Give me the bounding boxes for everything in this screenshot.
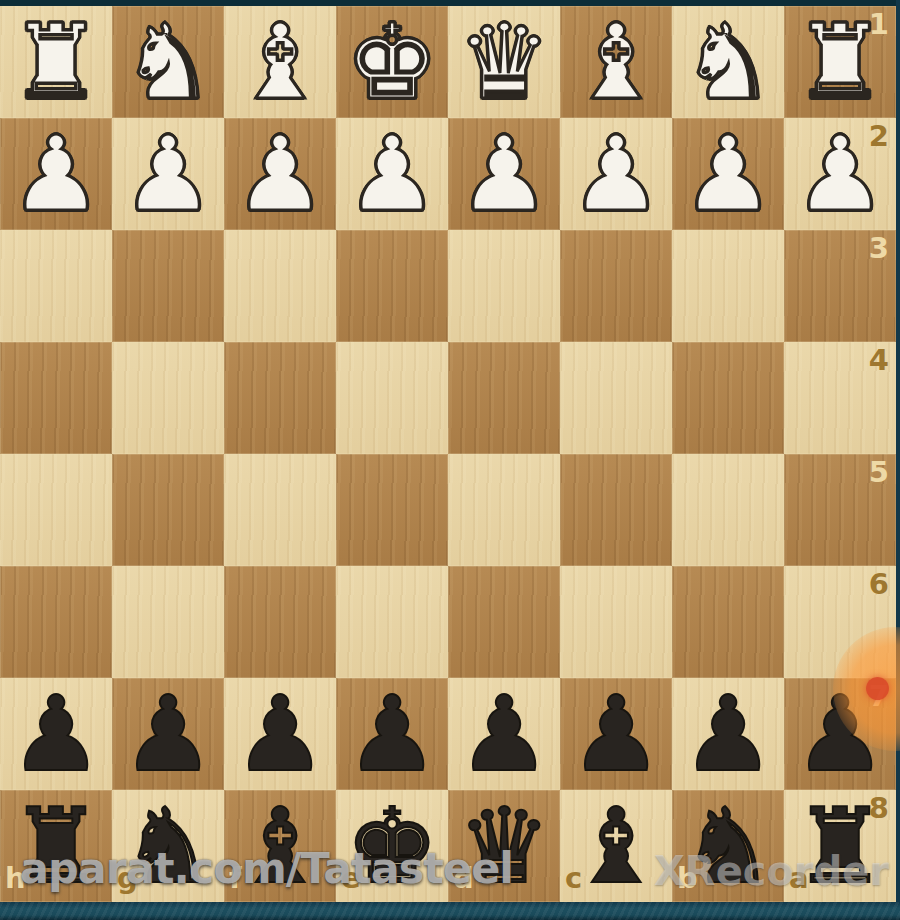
square-d1[interactable]: ♛ bbox=[448, 6, 560, 118]
chess-board: ♜♞♝♚♛♝♞♜1♟♟♟♟♟♟♟♟23456♟♟♟♟♟♟♟♟7♜h♞g♝f♚e♛… bbox=[0, 6, 896, 902]
piece-black-pawn[interactable]: ♟ bbox=[233, 678, 326, 790]
square-b6[interactable] bbox=[672, 566, 784, 678]
square-f1[interactable]: ♝ bbox=[224, 6, 336, 118]
rank-label-3: 3 bbox=[869, 233, 889, 263]
square-b2[interactable]: ♟ bbox=[672, 118, 784, 230]
square-f5[interactable] bbox=[224, 454, 336, 566]
square-e5[interactable] bbox=[336, 454, 448, 566]
rank-label-2: 2 bbox=[869, 121, 889, 151]
square-b7[interactable]: ♟ bbox=[672, 678, 784, 790]
square-a1[interactable]: ♜1 bbox=[784, 6, 896, 118]
piece-white-rook[interactable]: ♜ bbox=[9, 6, 102, 118]
square-h3[interactable] bbox=[0, 230, 112, 342]
piece-white-bishop[interactable]: ♝ bbox=[233, 6, 326, 118]
square-d7[interactable]: ♟ bbox=[448, 678, 560, 790]
square-c7[interactable]: ♟ bbox=[560, 678, 672, 790]
square-f2[interactable]: ♟ bbox=[224, 118, 336, 230]
square-d3[interactable] bbox=[448, 230, 560, 342]
xrecorder-watermark: XRecorder bbox=[654, 848, 889, 894]
file-label-c: c bbox=[565, 863, 582, 893]
piece-white-pawn[interactable]: ♟ bbox=[121, 118, 214, 230]
piece-white-knight[interactable]: ♞ bbox=[121, 6, 214, 118]
aparat-watermark: aparat.com/Tatasteel bbox=[20, 843, 513, 893]
square-d4[interactable] bbox=[448, 342, 560, 454]
piece-white-knight[interactable]: ♞ bbox=[681, 6, 774, 118]
square-c2[interactable]: ♟ bbox=[560, 118, 672, 230]
piece-black-pawn[interactable]: ♟ bbox=[681, 678, 774, 790]
piece-black-pawn[interactable]: ♟ bbox=[121, 678, 214, 790]
piece-white-pawn[interactable]: ♟ bbox=[457, 118, 550, 230]
square-e1[interactable]: ♚ bbox=[336, 6, 448, 118]
square-e6[interactable] bbox=[336, 566, 448, 678]
square-h2[interactable]: ♟ bbox=[0, 118, 112, 230]
piece-white-pawn[interactable]: ♟ bbox=[569, 118, 662, 230]
right-edge-strip bbox=[896, 0, 900, 920]
rank-label-6: 6 bbox=[869, 569, 889, 599]
square-g6[interactable] bbox=[112, 566, 224, 678]
piece-white-pawn[interactable]: ♟ bbox=[233, 118, 326, 230]
square-a6[interactable]: 6 bbox=[784, 566, 896, 678]
rank-label-8: 8 bbox=[869, 793, 889, 823]
piece-black-pawn[interactable]: ♟ bbox=[457, 678, 550, 790]
piece-black-bishop[interactable]: ♝ bbox=[569, 790, 662, 902]
square-a4[interactable]: 4 bbox=[784, 342, 896, 454]
square-a5[interactable]: 5 bbox=[784, 454, 896, 566]
square-h5[interactable] bbox=[0, 454, 112, 566]
square-f4[interactable] bbox=[224, 342, 336, 454]
square-c1[interactable]: ♝ bbox=[560, 6, 672, 118]
square-f7[interactable]: ♟ bbox=[224, 678, 336, 790]
piece-white-pawn[interactable]: ♟ bbox=[9, 118, 102, 230]
piece-white-pawn[interactable]: ♟ bbox=[681, 118, 774, 230]
square-b4[interactable] bbox=[672, 342, 784, 454]
rank-label-7: 7 bbox=[869, 681, 889, 711]
piece-black-pawn[interactable]: ♟ bbox=[345, 678, 438, 790]
square-f3[interactable] bbox=[224, 230, 336, 342]
piece-white-king[interactable]: ♚ bbox=[345, 6, 438, 118]
square-h1[interactable]: ♜ bbox=[0, 6, 112, 118]
square-g4[interactable] bbox=[112, 342, 224, 454]
square-h6[interactable] bbox=[0, 566, 112, 678]
square-b5[interactable] bbox=[672, 454, 784, 566]
square-a3[interactable]: 3 bbox=[784, 230, 896, 342]
piece-white-bishop[interactable]: ♝ bbox=[569, 6, 662, 118]
square-b1[interactable]: ♞ bbox=[672, 6, 784, 118]
square-d5[interactable] bbox=[448, 454, 560, 566]
piece-white-queen[interactable]: ♛ bbox=[457, 6, 550, 118]
square-d2[interactable]: ♟ bbox=[448, 118, 560, 230]
square-e4[interactable] bbox=[336, 342, 448, 454]
rank-label-5: 5 bbox=[869, 457, 889, 487]
square-h7[interactable]: ♟ bbox=[0, 678, 112, 790]
square-g2[interactable]: ♟ bbox=[112, 118, 224, 230]
piece-white-pawn[interactable]: ♟ bbox=[345, 118, 438, 230]
square-b3[interactable] bbox=[672, 230, 784, 342]
square-a7[interactable]: ♟7 bbox=[784, 678, 896, 790]
square-g5[interactable] bbox=[112, 454, 224, 566]
square-g1[interactable]: ♞ bbox=[112, 6, 224, 118]
square-d6[interactable] bbox=[448, 566, 560, 678]
square-c4[interactable] bbox=[560, 342, 672, 454]
piece-black-pawn[interactable]: ♟ bbox=[569, 678, 662, 790]
square-c5[interactable] bbox=[560, 454, 672, 566]
rank-label-1: 1 bbox=[869, 9, 889, 39]
square-c3[interactable] bbox=[560, 230, 672, 342]
rank-label-4: 4 bbox=[869, 345, 889, 375]
screen: ♜♞♝♚♛♝♞♜1♟♟♟♟♟♟♟♟23456♟♟♟♟♟♟♟♟7♜h♞g♝f♚e♛… bbox=[0, 0, 900, 920]
square-a2[interactable]: ♟2 bbox=[784, 118, 896, 230]
piece-black-pawn[interactable]: ♟ bbox=[9, 678, 102, 790]
square-f6[interactable] bbox=[224, 566, 336, 678]
square-h4[interactable] bbox=[0, 342, 112, 454]
square-e3[interactable] bbox=[336, 230, 448, 342]
square-e2[interactable]: ♟ bbox=[336, 118, 448, 230]
square-g7[interactable]: ♟ bbox=[112, 678, 224, 790]
square-c6[interactable] bbox=[560, 566, 672, 678]
square-e7[interactable]: ♟ bbox=[336, 678, 448, 790]
square-g3[interactable] bbox=[112, 230, 224, 342]
